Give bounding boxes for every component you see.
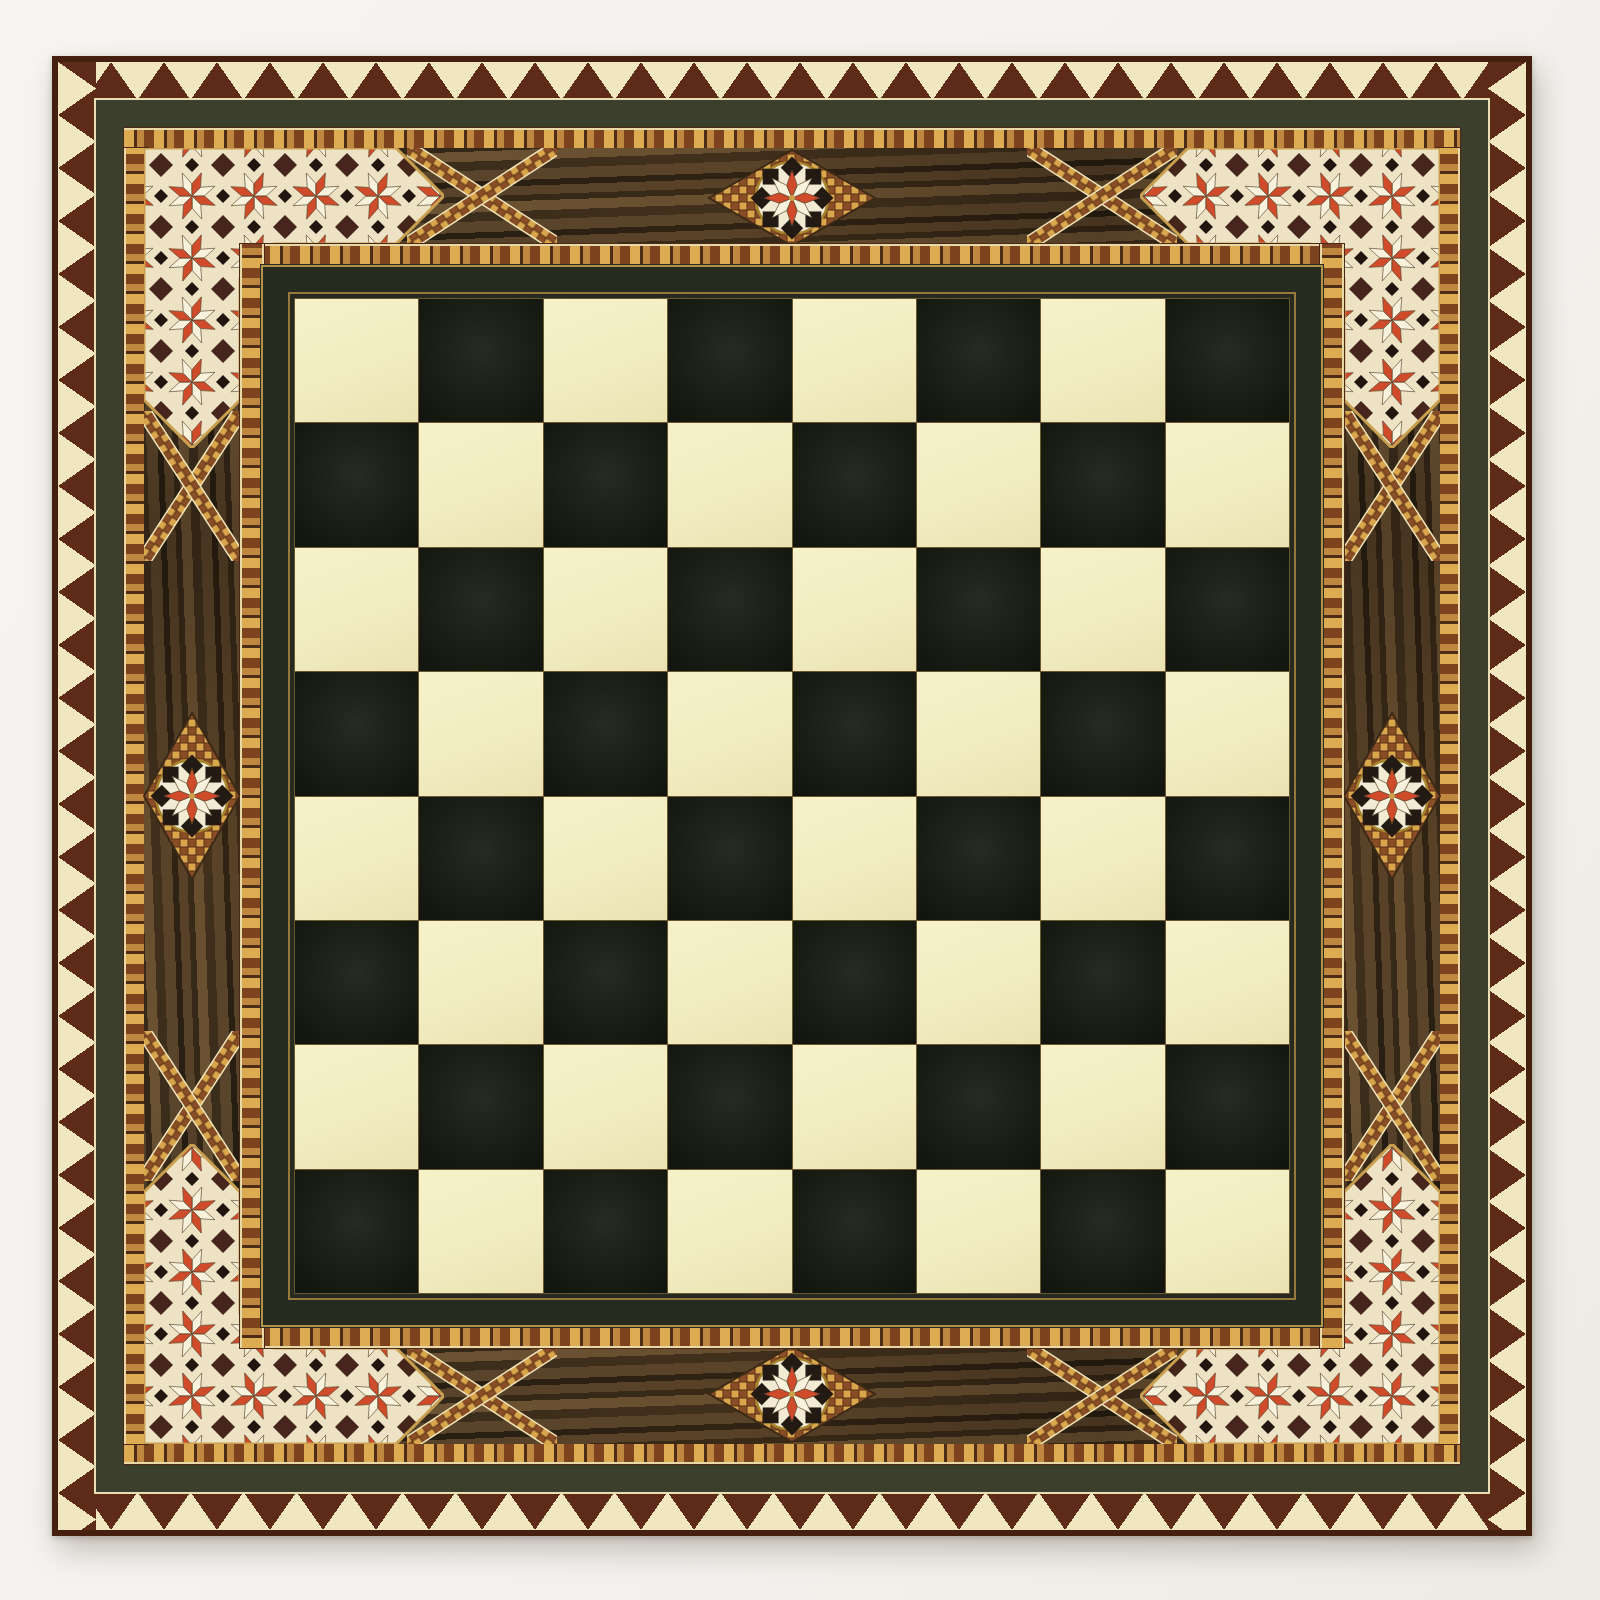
square-g8[interactable] <box>1041 299 1164 422</box>
square-c2[interactable] <box>544 1045 667 1168</box>
square-g1[interactable] <box>1041 1170 1164 1293</box>
x-cross-left-upper <box>144 411 240 561</box>
square-h5[interactable] <box>1166 672 1289 795</box>
square-e3[interactable] <box>793 921 916 1044</box>
square-d2[interactable] <box>668 1045 791 1168</box>
square-f3[interactable] <box>917 921 1040 1044</box>
square-a7[interactable] <box>295 423 418 546</box>
square-e2[interactable] <box>793 1045 916 1168</box>
square-g2[interactable] <box>1041 1045 1164 1168</box>
square-f5[interactable] <box>917 672 1040 795</box>
square-g4[interactable] <box>1041 797 1164 920</box>
square-g3[interactable] <box>1041 921 1164 1044</box>
square-d1[interactable] <box>668 1170 791 1293</box>
square-e7[interactable] <box>793 423 916 546</box>
square-a8[interactable] <box>295 299 418 422</box>
square-b6[interactable] <box>419 548 542 671</box>
square-c7[interactable] <box>544 423 667 546</box>
square-e4[interactable] <box>793 797 916 920</box>
x-cross-top-left <box>407 148 557 244</box>
square-h4[interactable] <box>1166 797 1289 920</box>
square-g6[interactable] <box>1041 548 1164 671</box>
square-a5[interactable] <box>295 672 418 795</box>
square-b1[interactable] <box>419 1170 542 1293</box>
square-b3[interactable] <box>419 921 542 1044</box>
square-h7[interactable] <box>1166 423 1289 546</box>
x-cross-right-lower <box>1344 1031 1440 1181</box>
wall-background: { "game": "chess", "description": "Empty… <box>0 0 1600 1600</box>
square-e5[interactable] <box>793 672 916 795</box>
square-f4[interactable] <box>917 797 1040 920</box>
x-cross-bottom-left <box>407 1348 557 1444</box>
square-f1[interactable] <box>917 1170 1040 1293</box>
sawtooth-border-top <box>58 62 1526 100</box>
square-d7[interactable] <box>668 423 791 546</box>
square-c4[interactable] <box>544 797 667 920</box>
chessboard <box>52 56 1532 1536</box>
square-h6[interactable] <box>1166 548 1289 671</box>
square-b4[interactable] <box>419 797 542 920</box>
square-h8[interactable] <box>1166 299 1289 422</box>
square-g7[interactable] <box>1041 423 1164 546</box>
square-c6[interactable] <box>544 548 667 671</box>
square-c8[interactable] <box>544 299 667 422</box>
square-c5[interactable] <box>544 672 667 795</box>
square-a6[interactable] <box>295 548 418 671</box>
square-c1[interactable] <box>544 1170 667 1293</box>
medallion-right <box>1340 711 1444 881</box>
medallion-top <box>707 146 877 250</box>
medallion-bottom <box>707 1342 877 1446</box>
square-d8[interactable] <box>668 299 791 422</box>
square-g5[interactable] <box>1041 672 1164 795</box>
square-a4[interactable] <box>295 797 418 920</box>
sawtooth-border-right <box>1488 62 1526 1530</box>
sawtooth-border-bottom <box>58 1492 1526 1530</box>
x-cross-top-right <box>1027 148 1177 244</box>
square-f8[interactable] <box>917 299 1040 422</box>
square-a1[interactable] <box>295 1170 418 1293</box>
square-h3[interactable] <box>1166 921 1289 1044</box>
x-cross-bottom-right <box>1027 1348 1177 1444</box>
square-e6[interactable] <box>793 548 916 671</box>
board-grid <box>294 298 1290 1294</box>
square-b2[interactable] <box>419 1045 542 1168</box>
square-e1[interactable] <box>793 1170 916 1293</box>
square-d6[interactable] <box>668 548 791 671</box>
square-e8[interactable] <box>793 299 916 422</box>
square-b7[interactable] <box>419 423 542 546</box>
x-cross-right-upper <box>1344 411 1440 561</box>
square-f7[interactable] <box>917 423 1040 546</box>
medallion-left <box>140 711 244 881</box>
sawtooth-border-left <box>58 62 96 1530</box>
square-h1[interactable] <box>1166 1170 1289 1293</box>
square-d5[interactable] <box>668 672 791 795</box>
square-a2[interactable] <box>295 1045 418 1168</box>
square-c3[interactable] <box>544 921 667 1044</box>
square-b5[interactable] <box>419 672 542 795</box>
square-f2[interactable] <box>917 1045 1040 1168</box>
square-a3[interactable] <box>295 921 418 1044</box>
square-b8[interactable] <box>419 299 542 422</box>
x-cross-left-lower <box>144 1031 240 1181</box>
square-h2[interactable] <box>1166 1045 1289 1168</box>
square-f6[interactable] <box>917 548 1040 671</box>
square-d3[interactable] <box>668 921 791 1044</box>
square-d4[interactable] <box>668 797 791 920</box>
